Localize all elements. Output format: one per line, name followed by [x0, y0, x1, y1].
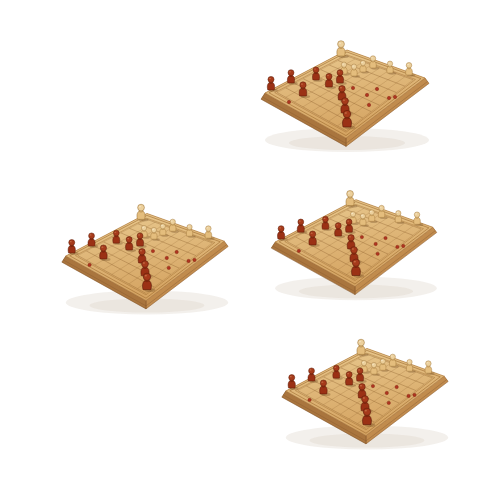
peg-head: [89, 233, 95, 239]
board-photo-svg: [246, 169, 463, 317]
peg-highlight: [339, 42, 341, 43]
star-dot: [287, 100, 290, 103]
peg-head: [160, 224, 165, 229]
peg-head: [347, 191, 354, 198]
star-dot: [371, 384, 374, 387]
peg-natural: [346, 191, 358, 208]
peg-head: [170, 219, 175, 224]
peg-head: [407, 359, 412, 364]
star-dot: [360, 235, 363, 238]
peg-head: [338, 41, 345, 48]
peg-head: [126, 237, 132, 243]
peg-highlight: [161, 225, 163, 226]
peg-head: [151, 227, 156, 232]
peg-highlight: [361, 215, 363, 216]
peg-highlight: [290, 376, 292, 377]
peg-head: [390, 354, 395, 359]
peg-highlight: [188, 226, 190, 227]
peg-head: [335, 223, 341, 229]
peg-highlight: [299, 220, 301, 221]
peg-highlight: [388, 62, 390, 63]
peg-highlight: [360, 385, 362, 386]
peg-highlight: [327, 75, 329, 76]
peg-head: [370, 56, 375, 61]
peg-highlight: [427, 362, 429, 363]
peg-highlight: [340, 87, 342, 88]
peg-head: [342, 98, 349, 105]
star-dot: [385, 391, 388, 394]
peg-highlight: [349, 236, 351, 237]
peg-highlight: [321, 382, 323, 383]
peg-head: [369, 210, 374, 215]
star-dot: [402, 244, 405, 247]
star-dot: [175, 250, 178, 253]
peg-head: [289, 375, 295, 381]
peg-highlight: [352, 65, 354, 66]
peg-highlight: [351, 213, 353, 214]
peg-head: [320, 380, 326, 386]
star-dot: [351, 86, 354, 89]
board-photo-svg: [256, 318, 474, 467]
peg-head: [357, 368, 363, 374]
peg-highlight: [301, 83, 303, 84]
peg-highlight: [359, 341, 361, 342]
peg-head: [351, 64, 356, 69]
peg-head: [346, 219, 352, 225]
peg-highlight: [371, 57, 373, 58]
peg-highlight: [352, 248, 354, 249]
peg-head: [371, 362, 376, 367]
peg-highlight: [101, 247, 103, 248]
peg-highlight: [139, 206, 141, 207]
peg-highlight: [314, 68, 316, 69]
peg-head: [359, 383, 365, 389]
peg-highlight: [354, 261, 356, 263]
peg-highlight: [114, 232, 116, 233]
peg-head: [339, 85, 346, 92]
peg-red: [277, 226, 287, 241]
peg-highlight: [145, 275, 147, 277]
product-photo-4: [256, 318, 474, 467]
peg-highlight: [324, 218, 326, 219]
star-dot: [193, 258, 196, 261]
peg-highlight: [343, 99, 345, 100]
product-photo-1: [235, 19, 455, 169]
peg-highlight: [90, 234, 92, 235]
star-dot: [367, 103, 370, 106]
star-dot: [396, 245, 399, 248]
peg-red: [267, 76, 278, 91]
star-dot: [375, 87, 378, 90]
star-dot: [187, 259, 190, 262]
peg-highlight: [348, 192, 350, 193]
peg-natural: [357, 339, 369, 356]
star-dot: [297, 249, 300, 252]
peg-highlight: [345, 112, 347, 114]
peg-head: [268, 76, 274, 82]
peg-highlight: [142, 227, 144, 228]
peg-highlight: [171, 221, 173, 222]
peg-head: [352, 259, 359, 266]
peg-highlight: [363, 397, 365, 398]
board-photo-svg: [235, 19, 455, 169]
peg-natural: [137, 204, 149, 221]
peg-highlight: [269, 78, 271, 79]
star-dot: [167, 266, 170, 269]
peg-head: [323, 216, 329, 222]
peg-red: [288, 375, 298, 390]
peg-head: [341, 62, 346, 67]
peg-highlight: [334, 367, 336, 368]
peg-highlight: [365, 410, 367, 412]
peg-highlight: [152, 229, 154, 230]
peg-head: [360, 60, 365, 65]
peg-head: [350, 212, 355, 217]
peg-head: [141, 225, 146, 230]
peg-head: [337, 70, 343, 76]
peg-head: [142, 261, 149, 268]
peg-highlight: [370, 211, 372, 212]
star-dot: [165, 256, 168, 259]
peg-head: [358, 339, 365, 346]
peg-head: [310, 231, 316, 237]
peg-highlight: [336, 224, 338, 225]
peg-highlight: [380, 207, 382, 208]
peg-highlight: [408, 361, 410, 362]
peg-head: [288, 70, 294, 76]
peg-head: [113, 230, 119, 236]
peg-head: [300, 82, 306, 88]
star-dot: [407, 394, 410, 397]
star-dot: [413, 393, 416, 396]
peg-highlight: [358, 369, 360, 370]
star-dot: [384, 236, 387, 239]
star-dot: [387, 96, 390, 99]
product-photo-2: [36, 183, 254, 332]
peg-head: [138, 204, 145, 211]
peg-highlight: [279, 227, 281, 228]
star-dot: [376, 252, 379, 255]
peg-highlight: [347, 373, 349, 374]
peg-head: [326, 73, 332, 79]
peg-head: [343, 110, 350, 117]
star-dot: [387, 401, 390, 404]
star-dot: [374, 242, 377, 245]
peg-highlight: [342, 63, 344, 64]
star-dot: [395, 385, 398, 388]
peg-head: [143, 273, 150, 280]
peg-head: [100, 245, 106, 251]
peg-natural: [205, 226, 215, 240]
peg-head: [348, 235, 354, 241]
peg-head: [380, 359, 385, 364]
peg-highlight: [138, 234, 140, 235]
peg-highlight: [361, 62, 363, 63]
peg-highlight: [311, 233, 313, 234]
product-photo-3: [246, 169, 463, 317]
peg-highlight: [407, 64, 409, 65]
peg-head: [362, 396, 369, 403]
peg-head: [298, 219, 304, 225]
peg-head: [396, 211, 401, 216]
peg-head: [387, 61, 392, 66]
peg-head: [313, 67, 319, 73]
peg-head: [379, 205, 384, 210]
peg-highlight: [415, 213, 417, 214]
peg-head: [333, 365, 339, 371]
peg-head: [69, 240, 75, 246]
peg-red: [68, 240, 78, 255]
star-dot: [88, 263, 91, 266]
peg-natural: [337, 41, 349, 58]
peg-head: [414, 212, 419, 217]
peg-highlight: [207, 227, 209, 228]
peg-head: [360, 213, 365, 218]
peg-highlight: [310, 369, 312, 370]
peg-head: [426, 361, 432, 367]
peg-natural: [425, 361, 435, 375]
peg-highlight: [140, 250, 142, 251]
peg-highlight: [362, 362, 364, 363]
peg-head: [406, 62, 412, 68]
star-dot: [393, 95, 396, 98]
peg-highlight: [127, 238, 129, 239]
board-photo-svg: [36, 183, 254, 332]
peg-head: [363, 408, 370, 415]
peg-highlight: [143, 262, 145, 263]
peg-highlight: [338, 71, 340, 72]
peg-head: [309, 368, 315, 374]
star-dot: [308, 398, 311, 401]
peg-natural: [406, 62, 416, 76]
peg-natural: [414, 212, 424, 226]
star-dot: [365, 93, 368, 96]
product-collage: [0, 0, 500, 500]
peg-highlight: [372, 364, 374, 365]
peg-head: [361, 360, 366, 365]
star-dot: [151, 249, 154, 252]
peg-highlight: [289, 71, 291, 72]
peg-highlight: [70, 241, 72, 242]
peg-head: [139, 248, 145, 254]
peg-highlight: [397, 212, 399, 213]
peg-head: [351, 247, 358, 254]
peg-highlight: [391, 356, 393, 357]
peg-highlight: [347, 220, 349, 221]
peg-head: [278, 226, 284, 232]
peg-head: [137, 233, 143, 239]
peg-head: [187, 224, 192, 229]
peg-head: [346, 372, 352, 378]
peg-head: [206, 226, 212, 232]
peg-highlight: [381, 360, 383, 361]
